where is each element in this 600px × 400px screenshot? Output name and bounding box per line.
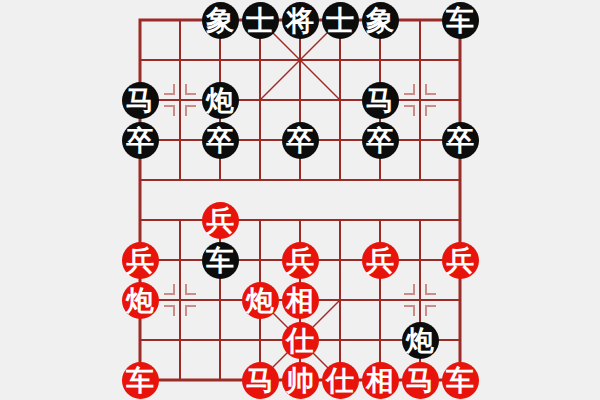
piece-black-pawn[interactable]: 卒 [362,122,399,159]
piece-black-pawn[interactable]: 卒 [282,122,319,159]
pieces-layer: 象士将士象车马炮马卒卒卒卒卒兵兵车兵兵兵炮炮相仕炮车马帅仕相马车 [120,0,480,400]
piece-red-pawn[interactable]: 兵 [282,242,319,279]
piece-black-pawn[interactable]: 卒 [442,122,479,159]
piece-red-chariot[interactable]: 车 [442,362,479,399]
piece-black-advisor[interactable]: 士 [242,2,279,39]
piece-red-horse[interactable]: 马 [402,362,439,399]
piece-red-horse[interactable]: 马 [242,362,279,399]
piece-red-pawn[interactable]: 兵 [442,242,479,279]
piece-red-king[interactable]: 帅 [282,362,319,399]
piece-black-horse[interactable]: 马 [362,82,399,119]
xiangqi-board[interactable]: 象士将士象车马炮马卒卒卒卒卒兵兵车兵兵兵炮炮相仕炮车马帅仕相马车 [120,0,480,400]
piece-red-elephant[interactable]: 相 [362,362,399,399]
piece-black-pawn[interactable]: 卒 [202,122,239,159]
piece-black-chariot[interactable]: 车 [202,242,239,279]
piece-black-cannon[interactable]: 炮 [202,82,239,119]
piece-red-pawn[interactable]: 兵 [202,202,239,239]
piece-black-elephant[interactable]: 象 [362,2,399,39]
piece-black-chariot[interactable]: 车 [442,2,479,39]
piece-black-elephant[interactable]: 象 [202,2,239,39]
piece-black-advisor[interactable]: 士 [322,2,359,39]
piece-red-pawn[interactable]: 兵 [122,242,159,279]
piece-red-pawn[interactable]: 兵 [362,242,399,279]
piece-red-advisor[interactable]: 仕 [322,362,359,399]
piece-red-cannon[interactable]: 炮 [242,282,279,319]
piece-red-elephant[interactable]: 相 [282,282,319,319]
piece-red-advisor[interactable]: 仕 [282,322,319,359]
piece-red-chariot[interactable]: 车 [122,362,159,399]
piece-red-cannon[interactable]: 炮 [122,282,159,319]
piece-black-king[interactable]: 将 [282,2,319,39]
xiangqi-diagram: 象士将士象车马炮马卒卒卒卒卒兵兵车兵兵兵炮炮相仕炮车马帅仕相马车 [0,0,600,400]
piece-black-pawn[interactable]: 卒 [122,122,159,159]
piece-black-cannon[interactable]: 炮 [402,322,439,359]
piece-black-horse[interactable]: 马 [122,82,159,119]
